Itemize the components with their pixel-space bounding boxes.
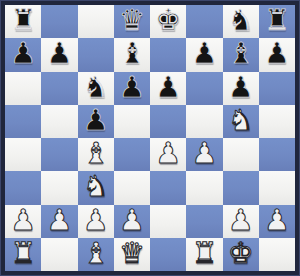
square-b6[interactable] — [41, 72, 77, 105]
white-pawn: ♟ — [191, 139, 217, 168]
square-c5[interactable]: ♟ — [78, 105, 114, 138]
white-pawn: ♟ — [119, 206, 145, 235]
square-b2[interactable]: ♟ — [41, 205, 77, 238]
square-h5[interactable] — [259, 105, 295, 138]
square-d1[interactable]: ♛ — [114, 238, 150, 271]
square-b1[interactable] — [41, 238, 77, 271]
white-pawn: ♟ — [83, 206, 109, 235]
square-f6[interactable] — [186, 72, 222, 105]
white-rook: ♜ — [10, 239, 36, 268]
square-g5[interactable]: ♞ — [223, 105, 259, 138]
square-a4[interactable] — [5, 138, 41, 171]
square-h3[interactable] — [259, 171, 295, 204]
white-bishop: ♝ — [83, 239, 109, 268]
square-a8[interactable]: ♜ — [5, 5, 41, 38]
black-bishop: ♝ — [228, 39, 254, 68]
square-b5[interactable] — [41, 105, 77, 138]
square-a6[interactable] — [5, 72, 41, 105]
square-b7[interactable]: ♟ — [41, 38, 77, 71]
square-e5[interactable] — [150, 105, 186, 138]
white-rook: ♜ — [191, 239, 217, 268]
white-king: ♚ — [228, 239, 254, 268]
square-e3[interactable] — [150, 171, 186, 204]
square-d5[interactable] — [114, 105, 150, 138]
black-knight: ♞ — [228, 6, 254, 35]
square-f3[interactable] — [186, 171, 222, 204]
square-h4[interactable] — [259, 138, 295, 171]
square-d4[interactable] — [114, 138, 150, 171]
square-d6[interactable]: ♟ — [114, 72, 150, 105]
square-g8[interactable]: ♞ — [223, 5, 259, 38]
square-g6[interactable]: ♟ — [223, 72, 259, 105]
square-f4[interactable]: ♟ — [186, 138, 222, 171]
square-h7[interactable]: ♟ — [259, 38, 295, 71]
square-c3[interactable]: ♞ — [78, 171, 114, 204]
square-a3[interactable] — [5, 171, 41, 204]
black-pawn: ♟ — [46, 39, 72, 68]
square-d7[interactable]: ♝ — [114, 38, 150, 71]
square-c4[interactable]: ♝ — [78, 138, 114, 171]
black-rook: ♜ — [264, 6, 290, 35]
square-a1[interactable]: ♜ — [5, 238, 41, 271]
black-queen: ♛ — [119, 6, 145, 35]
square-g1[interactable]: ♚ — [223, 238, 259, 271]
square-b8[interactable] — [41, 5, 77, 38]
square-b4[interactable] — [41, 138, 77, 171]
black-pawn: ♟ — [155, 73, 181, 102]
square-e8[interactable]: ♚ — [150, 5, 186, 38]
square-f5[interactable] — [186, 105, 222, 138]
white-knight: ♞ — [228, 106, 254, 135]
square-e1[interactable] — [150, 238, 186, 271]
square-e7[interactable] — [150, 38, 186, 71]
white-bishop: ♝ — [83, 139, 109, 168]
square-c1[interactable]: ♝ — [78, 238, 114, 271]
white-pawn: ♟ — [264, 206, 290, 235]
white-queen: ♛ — [119, 239, 145, 268]
square-f8[interactable] — [186, 5, 222, 38]
white-pawn: ♟ — [10, 206, 36, 235]
square-d3[interactable] — [114, 171, 150, 204]
square-a5[interactable] — [5, 105, 41, 138]
square-a7[interactable]: ♟ — [5, 38, 41, 71]
square-c7[interactable] — [78, 38, 114, 71]
black-pawn: ♟ — [228, 73, 254, 102]
square-g2[interactable]: ♟ — [223, 205, 259, 238]
white-knight: ♞ — [83, 172, 109, 201]
square-g4[interactable] — [223, 138, 259, 171]
square-b3[interactable] — [41, 171, 77, 204]
square-g7[interactable]: ♝ — [223, 38, 259, 71]
black-pawn: ♟ — [83, 106, 109, 135]
black-pawn: ♟ — [264, 39, 290, 68]
black-pawn: ♟ — [10, 39, 36, 68]
white-pawn: ♟ — [46, 206, 72, 235]
chess-board-frame: ♜♛♚♞♜♟♟♝♟♝♟♞♟♟♟♟♞♝♟♟♞♟♟♟♟♟♟♜♝♛♜♚ — [0, 0, 300, 276]
square-f7[interactable]: ♟ — [186, 38, 222, 71]
black-rook: ♜ — [10, 6, 36, 35]
white-pawn: ♟ — [228, 206, 254, 235]
square-d8[interactable]: ♛ — [114, 5, 150, 38]
square-h8[interactable]: ♜ — [259, 5, 295, 38]
square-g3[interactable] — [223, 171, 259, 204]
black-bishop: ♝ — [119, 39, 145, 68]
white-pawn: ♟ — [155, 139, 181, 168]
black-king: ♚ — [155, 6, 181, 35]
square-h1[interactable] — [259, 238, 295, 271]
black-pawn: ♟ — [119, 73, 145, 102]
square-f2[interactable] — [186, 205, 222, 238]
square-c8[interactable] — [78, 5, 114, 38]
square-h2[interactable]: ♟ — [259, 205, 295, 238]
square-e4[interactable]: ♟ — [150, 138, 186, 171]
square-d2[interactable]: ♟ — [114, 205, 150, 238]
chess-board: ♜♛♚♞♜♟♟♝♟♝♟♞♟♟♟♟♞♝♟♟♞♟♟♟♟♟♟♜♝♛♜♚ — [5, 5, 295, 271]
square-h6[interactable] — [259, 72, 295, 105]
black-pawn: ♟ — [191, 39, 217, 68]
square-e6[interactable]: ♟ — [150, 72, 186, 105]
black-knight: ♞ — [83, 73, 109, 102]
square-a2[interactable]: ♟ — [5, 205, 41, 238]
square-f1[interactable]: ♜ — [186, 238, 222, 271]
square-e2[interactable] — [150, 205, 186, 238]
square-c6[interactable]: ♞ — [78, 72, 114, 105]
square-c2[interactable]: ♟ — [78, 205, 114, 238]
